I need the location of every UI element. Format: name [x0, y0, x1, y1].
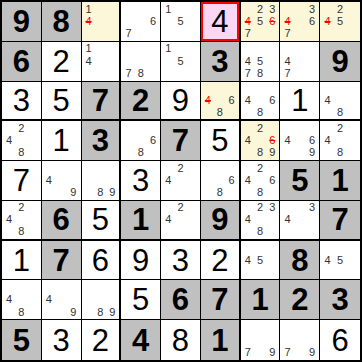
cell-r6c6[interactable]: 9: [201, 201, 241, 241]
candidate-empty: [162, 67, 174, 79]
candidate-empty: [135, 55, 147, 67]
cell-r9c7[interactable]: 79: [241, 320, 281, 360]
candidate-empty: [187, 28, 199, 40]
pencil-marks: 15: [162, 43, 199, 80]
candidate-empty: [254, 43, 266, 55]
cell-r8c2[interactable]: 49: [42, 280, 82, 320]
candidate-empty: [334, 242, 347, 254]
cell-r3c9[interactable]: 48: [320, 82, 360, 122]
cell-r2c6[interactable]: 3: [201, 42, 241, 82]
candidate-empty: [306, 321, 318, 334]
candidate-2: 2: [174, 162, 186, 174]
cell-r9c9[interactable]: 6: [320, 320, 360, 360]
candidate-8: 8: [334, 106, 347, 118]
cell-r3c7[interactable]: 468: [241, 82, 281, 122]
candidate-empty: [187, 226, 199, 238]
candidate-8: 8: [254, 106, 266, 118]
candidate-empty: [55, 281, 67, 293]
candidate-empty: [214, 162, 226, 174]
entered-digit: 4: [211, 6, 228, 37]
pencil-marks: 48: [3, 281, 40, 318]
candidate-1: 1: [83, 3, 95, 15]
pencil-marks: 248: [321, 122, 359, 159]
given-digit: 8: [291, 245, 308, 276]
candidate-empty: [187, 162, 199, 174]
candidate-empty: [294, 334, 306, 347]
candidate-4: 4: [43, 294, 55, 306]
candidate-empty: [294, 147, 306, 159]
candidate-empty: [28, 135, 40, 147]
cell-r7c7[interactable]: 45: [241, 241, 281, 281]
given-digit: 1: [132, 204, 149, 235]
candidate-empty: [281, 147, 293, 159]
cell-r1c4[interactable]: 67: [121, 2, 161, 42]
candidate-empty: [147, 67, 159, 79]
candidate-empty: [55, 162, 67, 174]
pencil-marks: 14: [83, 43, 119, 80]
candidate-empty: [187, 3, 199, 15]
candidate-empty: [43, 281, 55, 293]
cell-r1c1[interactable]: 9: [2, 2, 42, 42]
candidate-empty: [3, 122, 15, 134]
candidate-empty: [254, 135, 266, 147]
given-digit: 5: [13, 325, 30, 356]
candidate-empty: [266, 67, 278, 79]
cell-r5c5[interactable]: 24: [161, 161, 201, 201]
candidate-empty: [106, 281, 118, 293]
candidate-empty: [254, 214, 266, 226]
cell-r3c4[interactable]: 2: [121, 82, 161, 122]
pencil-marks: 48: [321, 83, 359, 119]
cell-r7c9[interactable]: 45: [320, 241, 360, 281]
candidate-empty: [334, 135, 347, 147]
pencil-marks: 79: [281, 321, 318, 359]
candidate-empty: [174, 187, 186, 199]
candidate-empty: [94, 15, 106, 27]
given-digit: 3: [331, 284, 348, 315]
cell-r3c6[interactable]: 468: [201, 82, 241, 122]
candidate-empty: [226, 83, 238, 95]
candidate-empty: [242, 266, 254, 278]
entered-digit: 5: [53, 85, 70, 116]
candidate-3: 3: [266, 3, 278, 15]
candidate-empty: [294, 226, 306, 238]
cell-r8c8[interactable]: 2: [280, 280, 320, 320]
given-digit: 7: [211, 284, 228, 315]
candidate-empty: [43, 187, 55, 199]
entered-digit: 5: [132, 284, 149, 315]
cell-r1c9[interactable]: 245: [320, 2, 360, 42]
cell-r6c4[interactable]: 1: [121, 201, 161, 241]
cell-r9c5[interactable]: 8: [161, 320, 201, 360]
pencil-marks: 248: [3, 202, 40, 238]
candidate-empty: [122, 122, 134, 134]
candidate-empty: [321, 28, 334, 40]
candidate-empty: [106, 55, 118, 67]
candidate-2: 2: [15, 122, 27, 134]
pencil-marks: 67: [122, 3, 159, 40]
cell-r9c1[interactable]: 5: [2, 320, 42, 360]
cell-r2c1[interactable]: 6: [2, 42, 42, 82]
given-digit: 6: [172, 284, 189, 315]
given-digit: 7: [53, 245, 70, 276]
cell-r4c9[interactable]: 248: [320, 121, 360, 161]
candidate-empty: [242, 242, 254, 254]
cell-r3c8[interactable]: 1: [280, 82, 320, 122]
entered-digit: 5: [211, 125, 228, 156]
candidate-8: 8: [135, 67, 147, 79]
given-digit: 2: [291, 284, 308, 315]
given-digit: 1: [251, 284, 268, 315]
candidate-empty: [28, 281, 40, 293]
candidate-empty: [321, 122, 334, 134]
entered-digit: 3: [53, 325, 70, 356]
cell-r1c7[interactable]: 234567: [241, 2, 281, 42]
candidate-empty: [67, 162, 79, 174]
entered-digit: 5: [92, 204, 109, 235]
candidate-empty: [187, 67, 199, 79]
entered-digit: 3: [172, 245, 189, 276]
candidate-empty: [254, 174, 266, 186]
cell-r9c2[interactable]: 3: [42, 320, 82, 360]
candidate-empty: [346, 94, 359, 106]
candidate-8: 8: [254, 226, 266, 238]
pencil-marks: 2348: [242, 202, 279, 238]
entered-digit: 8: [172, 325, 189, 356]
candidate-1: 1: [162, 3, 174, 15]
candidate-empty: [3, 281, 15, 293]
entered-digit: 9: [172, 85, 189, 116]
cell-r4c4[interactable]: 68: [121, 121, 161, 161]
candidate-empty: [174, 67, 186, 79]
cell-r3c1[interactable]: 3: [2, 82, 42, 122]
candidate-empty: [43, 306, 55, 318]
candidate-empty: [94, 174, 106, 186]
candidate-empty: [294, 15, 306, 27]
candidate-2: 2: [254, 3, 266, 15]
cell-r1c6[interactable]: 4: [201, 2, 241, 42]
candidate-empty: [266, 266, 278, 278]
cell-r8c6[interactable]: 7: [201, 280, 241, 320]
cell-r9c3[interactable]: 2: [82, 320, 122, 360]
candidate-empty: [346, 135, 359, 147]
candidate-empty: [242, 83, 254, 95]
candidate-empty: [254, 334, 266, 347]
candidate-9: 9: [306, 346, 318, 359]
candidate-empty: [106, 43, 118, 55]
cell-r4c8[interactable]: 469: [280, 121, 320, 161]
candidate-4: 4: [321, 135, 334, 147]
candidate-empty: [294, 202, 306, 214]
cell-r7c2[interactable]: 7: [42, 241, 82, 281]
candidate-4: 4: [242, 254, 254, 266]
candidate-empty: [242, 334, 254, 347]
candidate-empty: [67, 281, 79, 293]
candidate-empty: [346, 28, 359, 40]
candidate-empty: [106, 162, 118, 174]
candidate-empty: [346, 254, 359, 266]
candidate-4: 4: [3, 214, 15, 226]
candidate-empty: [147, 147, 159, 159]
candidate-4: 4: [281, 55, 293, 67]
candidate-empty: [3, 226, 15, 238]
candidate-6: 6: [147, 135, 159, 147]
pencil-marks: 15: [162, 3, 199, 40]
candidate-empty: [281, 226, 293, 238]
candidate-empty: [346, 15, 359, 27]
candidate-8: 8: [254, 67, 266, 79]
candidate-empty: [346, 122, 359, 134]
candidate-empty: [174, 43, 186, 55]
cell-r1c5[interactable]: 15: [161, 2, 201, 42]
candidate-8: 8: [15, 226, 27, 238]
candidate-empty: [28, 294, 40, 306]
pencil-marks: 49: [43, 281, 80, 318]
cell-r4c6[interactable]: 5: [201, 121, 241, 161]
candidate-5: 5: [334, 15, 347, 27]
cell-r8c9[interactable]: 3: [320, 280, 360, 320]
candidate-empty: [83, 174, 95, 186]
pencil-marks: 24: [162, 162, 199, 199]
candidate-empty: [266, 242, 278, 254]
candidate-empty: [174, 214, 186, 226]
candidate-empty: [254, 83, 266, 95]
cell-r1c3[interactable]: 14: [82, 2, 122, 42]
candidate-empty: [147, 55, 159, 67]
cell-r5c6[interactable]: 68: [201, 161, 241, 201]
candidate-empty: [321, 106, 334, 118]
candidate-empty: [346, 266, 359, 278]
candidate-empty: [266, 106, 278, 118]
cell-r7c5[interactable]: 3: [161, 241, 201, 281]
cell-r9c4[interactable]: 4: [121, 320, 161, 360]
candidate-8: 8: [254, 187, 266, 199]
entered-digit: 1: [291, 85, 308, 116]
cell-r8c4[interactable]: 5: [121, 280, 161, 320]
candidate-empty: [94, 3, 106, 15]
cell-r1c8[interactable]: 3467: [280, 2, 320, 42]
candidate-empty: [294, 67, 306, 79]
cell-r2c5[interactable]: 15: [161, 42, 201, 82]
cell-r4c5[interactable]: 7: [161, 121, 201, 161]
candidate-empty: [306, 55, 318, 67]
cell-r6c3[interactable]: 5: [82, 201, 122, 241]
candidate-empty: [294, 346, 306, 359]
candidate-empty: [202, 162, 214, 174]
cell-r5c2[interactable]: 49: [42, 161, 82, 201]
candidate-empty: [266, 122, 278, 134]
candidate-empty: [334, 83, 347, 95]
cell-r2c7[interactable]: 4578: [241, 42, 281, 82]
candidate-empty: [266, 187, 278, 199]
candidate-empty: [321, 266, 334, 278]
cell-r3c2[interactable]: 5: [42, 82, 82, 122]
candidate-empty: [187, 43, 199, 55]
cell-r2c3[interactable]: 14: [82, 42, 122, 82]
candidate-empty: [83, 28, 95, 40]
cell-r6c1[interactable]: 248: [2, 201, 42, 241]
candidate-empty: [321, 83, 334, 95]
candidate-7: 7: [281, 67, 293, 79]
candidate-empty: [242, 43, 254, 55]
pencil-marks: 68: [122, 122, 159, 159]
candidate-empty: [83, 306, 95, 318]
cell-r6c5[interactable]: 24: [161, 201, 201, 241]
given-digit: 1: [211, 325, 228, 356]
candidate-empty: [135, 3, 147, 15]
candidate-empty: [15, 281, 27, 293]
pencil-marks: 469: [281, 122, 318, 159]
cell-r2c9[interactable]: 9: [320, 42, 360, 82]
cell-r5c9[interactable]: 1: [320, 161, 360, 201]
pencil-marks: 47: [281, 43, 318, 80]
cell-r2c4[interactable]: 78: [121, 42, 161, 82]
pencil-marks: 89: [83, 162, 119, 199]
cell-r5c1[interactable]: 7: [2, 161, 42, 201]
cell-r8c7[interactable]: 1: [241, 280, 281, 320]
pencil-marks: 468: [242, 83, 279, 119]
candidate-9: 9: [106, 306, 118, 318]
cell-r7c6[interactable]: 2: [201, 241, 241, 281]
candidate-empty: [202, 83, 214, 95]
cell-r6c8[interactable]: 34: [280, 201, 320, 241]
cell-r2c8[interactable]: 47: [280, 42, 320, 82]
cell-r6c7[interactable]: 2348: [241, 201, 281, 241]
sudoku-board: 9814671542345673467245621478153457847935…: [0, 0, 362, 362]
candidate-6-eliminated: 6: [266, 15, 278, 27]
candidate-empty: [202, 187, 214, 199]
candidate-empty: [83, 187, 95, 199]
candidate-9: 9: [266, 147, 278, 159]
candidate-empty: [3, 306, 15, 318]
candidate-empty: [294, 28, 306, 40]
candidate-empty: [83, 162, 95, 174]
cell-r7c4[interactable]: 9: [121, 241, 161, 281]
cell-r9c8[interactable]: 79: [280, 320, 320, 360]
cell-r7c8[interactable]: 8: [280, 241, 320, 281]
candidate-8: 8: [135, 147, 147, 159]
candidate-empty: [162, 226, 174, 238]
candidate-3: 3: [266, 202, 278, 214]
candidate-empty: [281, 43, 293, 55]
candidate-empty: [266, 254, 278, 266]
candidate-4: 4: [162, 214, 174, 226]
cell-r6c2[interactable]: 6: [42, 201, 82, 241]
candidate-8: 8: [214, 106, 226, 118]
candidate-empty: [346, 83, 359, 95]
candidate-7: 7: [242, 28, 254, 40]
candidate-4-eliminated: 4: [281, 15, 293, 27]
cell-r5c8[interactable]: 5: [280, 161, 320, 201]
pencil-marks: 245: [321, 3, 359, 40]
candidate-empty: [346, 106, 359, 118]
cell-r7c1[interactable]: 1: [2, 241, 42, 281]
candidate-8: 8: [15, 147, 27, 159]
candidate-empty: [94, 162, 106, 174]
candidate-empty: [187, 174, 199, 186]
candidate-9: 9: [266, 346, 278, 359]
candidate-2: 2: [334, 3, 347, 15]
candidate-empty: [254, 346, 266, 359]
cell-r4c2[interactable]: 1: [42, 121, 82, 161]
cell-r7c3[interactable]: 6: [82, 241, 122, 281]
candidate-empty: [135, 122, 147, 134]
candidate-7: 7: [281, 28, 293, 40]
given-digit: 7: [331, 204, 348, 235]
given-digit: 6: [53, 204, 70, 235]
cell-r8c1[interactable]: 48: [2, 280, 42, 320]
candidate-empty: [67, 294, 79, 306]
candidate-2: 2: [254, 162, 266, 174]
cell-r8c3[interactable]: 89: [82, 280, 122, 320]
candidate-empty: [187, 202, 199, 214]
cell-r4c7[interactable]: 24689: [241, 121, 281, 161]
cell-r2c2[interactable]: 2: [42, 42, 82, 82]
candidate-8: 8: [334, 147, 347, 159]
cell-r9c6[interactable]: 1: [201, 320, 241, 360]
candidate-3: 3: [306, 3, 318, 15]
candidate-empty: [226, 187, 238, 199]
candidate-empty: [242, 147, 254, 159]
candidate-empty: [55, 187, 67, 199]
candidate-empty: [55, 174, 67, 186]
candidate-empty: [122, 55, 134, 67]
cell-r5c3[interactable]: 89: [82, 161, 122, 201]
candidate-7: 7: [242, 67, 254, 79]
candidate-empty: [202, 106, 214, 118]
candidate-4: 4: [321, 94, 334, 106]
candidate-4-eliminated: 4: [242, 15, 254, 27]
cell-r3c5[interactable]: 9: [161, 82, 201, 122]
cell-r4c3[interactable]: 3: [82, 121, 122, 161]
candidate-empty: [306, 226, 318, 238]
candidate-4-eliminated: 4: [321, 15, 334, 27]
candidate-empty: [135, 15, 147, 27]
candidate-empty: [242, 106, 254, 118]
cell-r6c9[interactable]: 7: [320, 201, 360, 241]
candidate-empty: [162, 187, 174, 199]
pencil-marks: 45: [242, 242, 279, 279]
candidate-empty: [147, 43, 159, 55]
candidate-empty: [254, 266, 266, 278]
given-digit: 6: [13, 46, 30, 77]
candidate-4: 4: [83, 55, 95, 67]
candidate-empty: [162, 15, 174, 27]
candidate-empty: [266, 214, 278, 226]
candidate-empty: [106, 294, 118, 306]
candidate-empty: [147, 28, 159, 40]
candidate-empty: [3, 147, 15, 159]
cell-r5c7[interactable]: 2468: [241, 161, 281, 201]
entered-digit: 9: [132, 245, 149, 276]
candidate-4: 4: [242, 94, 254, 106]
candidate-empty: [28, 202, 40, 214]
cell-r3c3[interactable]: 7: [82, 82, 122, 122]
candidate-empty: [174, 226, 186, 238]
candidate-empty: [321, 3, 334, 15]
candidate-empty: [266, 83, 278, 95]
candidate-2: 2: [174, 202, 186, 214]
candidate-8: 8: [214, 187, 226, 199]
pencil-marks: 2468: [242, 162, 279, 199]
cell-r1c2[interactable]: 8: [42, 2, 82, 42]
cell-r5c4[interactable]: 3: [121, 161, 161, 201]
cell-r8c5[interactable]: 6: [161, 280, 201, 320]
candidate-empty: [15, 294, 27, 306]
cell-r4c1[interactable]: 248: [2, 121, 42, 161]
candidate-empty: [294, 321, 306, 334]
candidate-4: 4: [281, 214, 293, 226]
